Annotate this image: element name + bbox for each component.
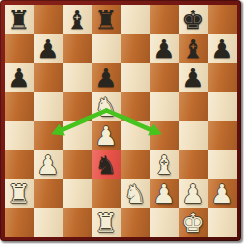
square-g6[interactable]: ♟ <box>179 63 208 92</box>
square-f6[interactable] <box>150 63 179 92</box>
square-e4[interactable] <box>121 121 150 150</box>
piece-black-bishop-g7[interactable]: ♝ <box>179 34 208 63</box>
square-h5[interactable] <box>208 92 237 121</box>
square-c5[interactable] <box>63 92 92 121</box>
square-d4[interactable]: ♟ <box>92 121 121 150</box>
board-frame: ♜♝♜♚♟♟♝♟♟♟♟♞♟♟♞♝♜♞♟♟♟♜♚ <box>0 0 241 241</box>
square-c6[interactable] <box>63 63 92 92</box>
square-f8[interactable] <box>150 5 179 34</box>
square-a7[interactable] <box>5 34 34 63</box>
square-d7[interactable] <box>92 34 121 63</box>
square-h3[interactable] <box>208 150 237 179</box>
piece-white-pawn-f2[interactable]: ♟ <box>150 179 179 208</box>
piece-black-king-g8[interactable]: ♚ <box>179 5 208 34</box>
square-c2[interactable] <box>63 179 92 208</box>
square-a3[interactable] <box>5 150 34 179</box>
square-d5[interactable]: ♞ <box>92 92 121 121</box>
piece-white-pawn-b3[interactable]: ♟ <box>34 150 63 179</box>
square-a4[interactable] <box>5 121 34 150</box>
square-d3[interactable]: ♞ <box>92 150 121 179</box>
piece-black-pawn-f7[interactable]: ♟ <box>150 34 179 63</box>
square-c7[interactable] <box>63 34 92 63</box>
square-g7[interactable]: ♝ <box>179 34 208 63</box>
piece-black-pawn-b7[interactable]: ♟ <box>34 34 63 63</box>
square-h4[interactable] <box>208 121 237 150</box>
square-a8[interactable]: ♜ <box>5 5 34 34</box>
square-c4[interactable] <box>63 121 92 150</box>
square-e8[interactable] <box>121 5 150 34</box>
square-b7[interactable]: ♟ <box>34 34 63 63</box>
square-f5[interactable] <box>150 92 179 121</box>
square-h8[interactable] <box>208 5 237 34</box>
square-c8[interactable]: ♝ <box>63 5 92 34</box>
square-e7[interactable] <box>121 34 150 63</box>
chess-board: ♜♝♜♚♟♟♝♟♟♟♟♞♟♟♞♝♜♞♟♟♟♜♚ <box>5 5 237 237</box>
square-a5[interactable] <box>5 92 34 121</box>
piece-white-rook-d1[interactable]: ♜ <box>92 208 121 237</box>
piece-black-pawn-g6[interactable]: ♟ <box>179 63 208 92</box>
square-b5[interactable] <box>34 92 63 121</box>
square-e2[interactable]: ♞ <box>121 179 150 208</box>
square-e6[interactable] <box>121 63 150 92</box>
square-d6[interactable]: ♟ <box>92 63 121 92</box>
square-a1[interactable] <box>5 208 34 237</box>
piece-black-knight-d3[interactable]: ♞ <box>92 150 121 179</box>
piece-black-pawn-a6[interactable]: ♟ <box>5 63 34 92</box>
square-f3[interactable]: ♝ <box>150 150 179 179</box>
square-a6[interactable]: ♟ <box>5 63 34 92</box>
square-d8[interactable]: ♜ <box>92 5 121 34</box>
square-f2[interactable]: ♟ <box>150 179 179 208</box>
square-h1[interactable] <box>208 208 237 237</box>
piece-white-knight-e2[interactable]: ♞ <box>121 179 150 208</box>
piece-white-pawn-g2[interactable]: ♟ <box>179 179 208 208</box>
piece-black-pawn-d6[interactable]: ♟ <box>92 63 121 92</box>
square-b6[interactable] <box>34 63 63 92</box>
piece-black-pawn-h7[interactable]: ♟ <box>208 34 237 63</box>
square-f1[interactable] <box>150 208 179 237</box>
piece-white-knight-d5[interactable]: ♞ <box>92 92 121 121</box>
square-g2[interactable]: ♟ <box>179 179 208 208</box>
square-d1[interactable]: ♜ <box>92 208 121 237</box>
square-c1[interactable] <box>63 208 92 237</box>
square-g8[interactable]: ♚ <box>179 5 208 34</box>
chess-diagram-page: ♜♝♜♚♟♟♝♟♟♟♟♞♟♟♞♝♜♞♟♟♟♜♚ <box>0 0 244 244</box>
piece-black-rook-a8[interactable]: ♜ <box>5 5 34 34</box>
square-g4[interactable] <box>179 121 208 150</box>
piece-white-pawn-h2[interactable]: ♟ <box>208 179 237 208</box>
piece-black-bishop-c8[interactable]: ♝ <box>63 5 92 34</box>
square-b1[interactable] <box>34 208 63 237</box>
square-c3[interactable] <box>63 150 92 179</box>
square-f4[interactable] <box>150 121 179 150</box>
piece-white-pawn-d4[interactable]: ♟ <box>92 121 121 150</box>
square-f7[interactable]: ♟ <box>150 34 179 63</box>
piece-white-king-g1[interactable]: ♚ <box>179 208 208 237</box>
square-e3[interactable] <box>121 150 150 179</box>
piece-black-rook-d8[interactable]: ♜ <box>92 5 121 34</box>
square-h6[interactable] <box>208 63 237 92</box>
square-h2[interactable]: ♟ <box>208 179 237 208</box>
square-d2[interactable] <box>92 179 121 208</box>
square-g5[interactable] <box>179 92 208 121</box>
square-a2[interactable]: ♜ <box>5 179 34 208</box>
piece-white-rook-a2[interactable]: ♜ <box>5 179 34 208</box>
square-g1[interactable]: ♚ <box>179 208 208 237</box>
square-g3[interactable] <box>179 150 208 179</box>
square-b4[interactable] <box>34 121 63 150</box>
square-e5[interactable] <box>121 92 150 121</box>
square-b3[interactable]: ♟ <box>34 150 63 179</box>
square-b8[interactable] <box>34 5 63 34</box>
square-b2[interactable] <box>34 179 63 208</box>
square-e1[interactable] <box>121 208 150 237</box>
piece-white-bishop-f3[interactable]: ♝ <box>150 150 179 179</box>
square-h7[interactable]: ♟ <box>208 34 237 63</box>
